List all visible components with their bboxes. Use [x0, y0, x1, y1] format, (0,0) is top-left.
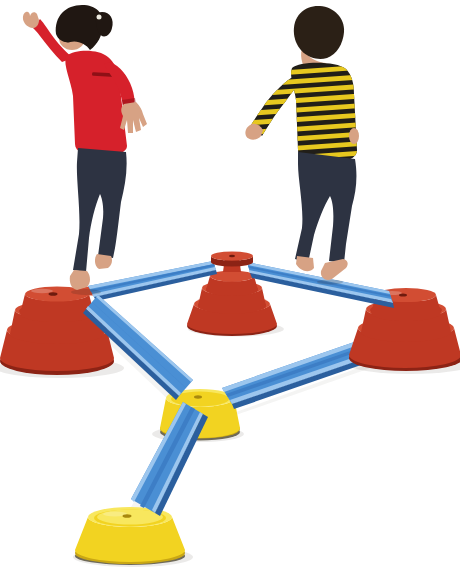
far-dome-spool [211, 252, 253, 267]
girl-hair-tie [97, 15, 102, 20]
boy [237, 6, 373, 285]
boy-left-hand [349, 128, 359, 144]
yellow-end-dome [75, 507, 185, 565]
beam-far-to-right [247, 262, 394, 308]
boy-front-foot [321, 259, 348, 280]
girl-rear-foot [95, 254, 112, 269]
girl-raised-hand [23, 12, 39, 28]
boy-hair [294, 6, 344, 59]
girl-extended-hand [120, 102, 147, 133]
balance-course-illustration [0, 0, 460, 580]
boy-jeans [295, 152, 356, 263]
girl [23, 5, 147, 295]
boy-rear-foot [296, 256, 314, 271]
girl-jeans [73, 148, 127, 272]
product-photo: Two young barefoot children balance on a… [0, 0, 460, 580]
girl-front-foot [70, 270, 90, 290]
